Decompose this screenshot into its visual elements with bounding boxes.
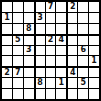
cell-r5c3-given: 3 [24, 46, 34, 56]
cell-r9c1-empty[interactable] [2, 89, 12, 99]
cell-r4c5-given: 2 [46, 35, 56, 45]
cell-r8c5-empty[interactable] [46, 78, 56, 88]
cell-r8c7-empty[interactable] [67, 78, 77, 88]
cell-r9c2-empty[interactable] [13, 89, 23, 99]
cell-r6c9-given: 1 [89, 56, 99, 66]
cell-r2c2-empty[interactable] [13, 13, 23, 23]
cell-r4c4-empty[interactable] [35, 35, 45, 45]
cell-r6c6-empty[interactable] [56, 56, 66, 66]
cell-r3c6-empty[interactable] [56, 24, 66, 34]
cell-r3c3-given: 8 [24, 24, 34, 34]
cell-r3c5-empty[interactable] [46, 24, 56, 34]
cell-r2c8-empty[interactable] [78, 13, 88, 23]
cell-r8c4-given: 8 [35, 78, 45, 88]
cell-r8c1-empty[interactable] [2, 78, 12, 88]
cell-r5c4-empty[interactable] [35, 46, 45, 56]
cell-r9c6-empty[interactable] [56, 89, 66, 99]
cell-r5c7-empty[interactable] [67, 46, 77, 56]
cell-r8c6-given: 1 [56, 78, 66, 88]
cell-r7c9-empty[interactable] [89, 67, 99, 77]
cell-r1c1-empty[interactable] [2, 2, 12, 12]
cell-r4c1-empty[interactable] [2, 35, 12, 45]
cell-r6c2-empty[interactable] [13, 56, 23, 66]
cell-r7c2-given: 7 [13, 67, 23, 77]
cell-r9c7-empty[interactable] [67, 89, 77, 99]
cell-r1c6-empty[interactable] [56, 2, 66, 12]
cell-r4c8-empty[interactable] [78, 35, 88, 45]
cell-r5c2-empty[interactable] [13, 46, 23, 56]
cell-r5c1-empty[interactable] [2, 46, 12, 56]
cell-r9c9-empty[interactable] [89, 89, 99, 99]
cell-r1c7-given: 2 [67, 2, 77, 12]
cell-r3c7-empty[interactable] [67, 24, 77, 34]
cell-r3c9-empty[interactable] [89, 24, 99, 34]
cell-r2c3-empty[interactable] [24, 13, 34, 23]
cell-r2c5-empty[interactable] [46, 13, 56, 23]
cell-r4c9-empty[interactable] [89, 35, 99, 45]
cell-r7c7-given: 4 [67, 67, 77, 77]
cell-r7c8-empty[interactable] [78, 67, 88, 77]
cell-r7c4-empty[interactable] [35, 67, 45, 77]
cell-r5c6-empty[interactable] [56, 46, 66, 56]
cell-r6c4-empty[interactable] [35, 56, 45, 66]
cell-r7c5-empty[interactable] [46, 67, 56, 77]
cell-r2c6-empty[interactable] [56, 13, 66, 23]
cell-r3c1-empty[interactable] [2, 24, 12, 34]
cell-r6c3-empty[interactable] [24, 56, 34, 66]
cell-r4c3-empty[interactable] [24, 35, 34, 45]
cell-r2c1-given: 1 [2, 13, 12, 23]
cell-r5c9-empty[interactable] [89, 46, 99, 56]
cell-r6c5-empty[interactable] [46, 56, 56, 66]
cell-r9c3-empty[interactable] [24, 89, 34, 99]
cell-r4c6-given: 4 [56, 35, 66, 45]
cell-r1c4-empty[interactable] [35, 2, 45, 12]
cell-r5c5-empty[interactable] [46, 46, 56, 56]
cell-r9c4-empty[interactable] [35, 89, 45, 99]
cell-r3c8-empty[interactable] [78, 24, 88, 34]
cell-r7c3-empty[interactable] [24, 67, 34, 77]
cell-r1c9-empty[interactable] [89, 2, 99, 12]
cell-r6c7-empty[interactable] [67, 56, 77, 66]
cell-r7c6-empty[interactable] [56, 67, 66, 77]
cell-r4c2-given: 5 [13, 35, 23, 45]
sudoku-board-wrap: 72138524361274815 [0, 0, 101, 101]
cell-r1c2-empty[interactable] [13, 2, 23, 12]
sudoku-grid: 72138524361274815 [0, 0, 101, 101]
cell-r2c9-empty[interactable] [89, 13, 99, 23]
cell-r3c4-empty[interactable] [35, 24, 45, 34]
cell-r8c3-empty[interactable] [24, 78, 34, 88]
cell-r3c2-empty[interactable] [13, 24, 23, 34]
cell-r4c7-empty[interactable] [67, 35, 77, 45]
cell-r6c1-empty[interactable] [2, 56, 12, 66]
cell-r8c8-given: 5 [78, 78, 88, 88]
cell-r1c8-empty[interactable] [78, 2, 88, 12]
cell-r6c8-empty[interactable] [78, 56, 88, 66]
cell-r5c8-given: 6 [78, 46, 88, 56]
cell-r9c8-empty[interactable] [78, 89, 88, 99]
cell-r2c4-given: 3 [35, 13, 45, 23]
cell-r1c3-empty[interactable] [24, 2, 34, 12]
cell-r9c5-empty[interactable] [46, 89, 56, 99]
cell-r8c2-empty[interactable] [13, 78, 23, 88]
cell-r7c1-given: 2 [2, 67, 12, 77]
cell-r8c9-empty[interactable] [89, 78, 99, 88]
cell-r2c7-empty[interactable] [67, 13, 77, 23]
cell-r1c5-given: 7 [46, 2, 56, 12]
